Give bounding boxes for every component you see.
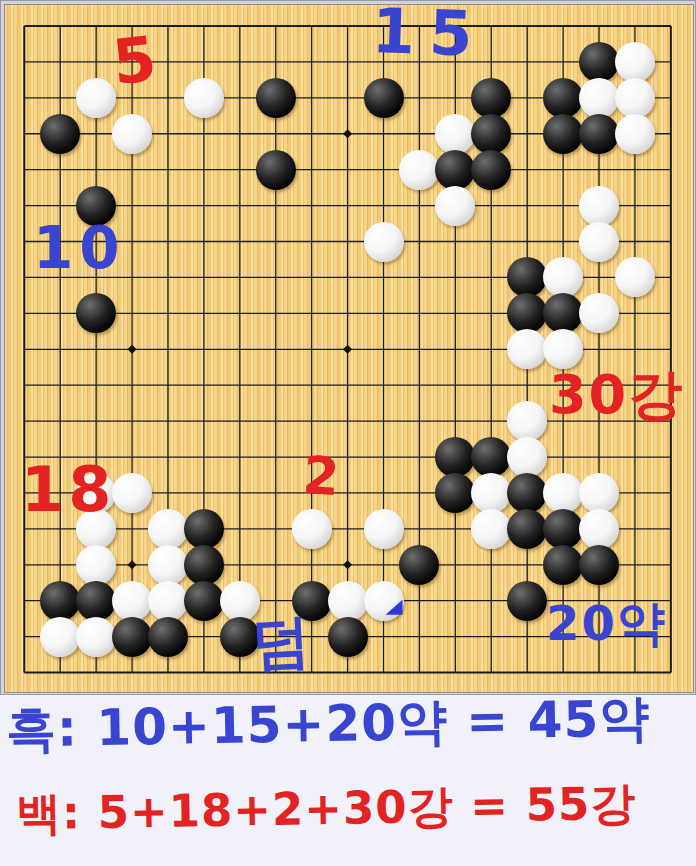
white-stone	[579, 78, 619, 118]
black-stone	[543, 545, 583, 585]
black-stone	[148, 617, 188, 657]
white-stone	[471, 509, 511, 549]
black-stone	[256, 150, 296, 190]
white-stone	[615, 78, 655, 118]
star-point	[128, 560, 137, 569]
white-stone	[435, 186, 475, 226]
black-stone	[399, 545, 439, 585]
white-stone	[76, 545, 116, 585]
black-stone	[579, 114, 619, 154]
black-stone	[112, 617, 152, 657]
black-stone	[76, 581, 116, 621]
star-point	[343, 345, 352, 354]
black-stone	[364, 78, 404, 118]
black-stone	[543, 114, 583, 154]
star-point	[343, 129, 352, 138]
black-stone	[507, 509, 547, 549]
white-stone	[615, 114, 655, 154]
white-stone	[579, 222, 619, 262]
go-score-teaching-screenshot: 흑: 10+15+20약 = 45약 백: 5+18+2+30강 = 55강 5…	[0, 0, 696, 866]
handwritten-annotation: 15	[371, 0, 487, 66]
handwritten-annotation: 덤	[251, 612, 312, 673]
white-stone	[40, 617, 80, 657]
white-stone	[112, 473, 152, 513]
black-stone	[40, 581, 80, 621]
black-stone	[40, 114, 80, 154]
black-stone	[507, 473, 547, 513]
black-stone	[471, 150, 511, 190]
black-stone	[184, 545, 224, 585]
black-stone	[435, 150, 475, 190]
white-stone	[364, 509, 404, 549]
white-stone	[579, 473, 619, 513]
black-stone	[471, 114, 511, 154]
handwritten-annotation: 5	[110, 28, 159, 94]
go-board-frame	[0, 0, 696, 695]
white-stone	[328, 581, 368, 621]
white-stone	[579, 186, 619, 226]
handwritten-annotation: 20약	[546, 599, 667, 647]
white-stone	[543, 473, 583, 513]
handwritten-annotation: 30강	[549, 368, 684, 422]
white-stone	[148, 545, 188, 585]
black-stone	[256, 78, 296, 118]
white-stone	[112, 114, 152, 154]
handwritten-annotation: 10	[33, 219, 126, 277]
black-stone	[471, 437, 511, 477]
white-stone	[364, 581, 404, 621]
score-line-white: 백: 5+18+2+30강 = 55강	[16, 781, 637, 837]
white-stone	[292, 509, 332, 549]
white-stone	[507, 401, 547, 441]
black-stone	[328, 617, 368, 657]
white-stone	[471, 473, 511, 513]
star-point	[343, 560, 352, 569]
white-stone	[148, 509, 188, 549]
white-stone	[76, 617, 116, 657]
white-stone	[615, 42, 655, 82]
black-stone	[184, 581, 224, 621]
white-stone	[364, 222, 404, 262]
go-board[interactable]	[4, 4, 694, 693]
star-point	[128, 345, 137, 354]
black-stone	[579, 545, 619, 585]
white-stone	[579, 509, 619, 549]
white-stone	[435, 114, 475, 154]
score-line-black: 흑: 10+15+20약 = 45약	[6, 693, 651, 754]
white-stone	[507, 437, 547, 477]
white-stone	[184, 78, 224, 118]
white-stone	[399, 150, 439, 190]
black-stone	[579, 42, 619, 82]
handwritten-annotation: 18	[21, 459, 115, 521]
black-stone	[507, 581, 547, 621]
white-stone	[76, 78, 116, 118]
white-stone	[112, 581, 152, 621]
black-stone	[471, 78, 511, 118]
black-stone	[184, 509, 224, 549]
handwritten-annotation: 2	[301, 449, 341, 503]
black-stone	[435, 473, 475, 513]
black-stone	[543, 78, 583, 118]
black-stone	[543, 509, 583, 549]
white-stone	[148, 581, 188, 621]
